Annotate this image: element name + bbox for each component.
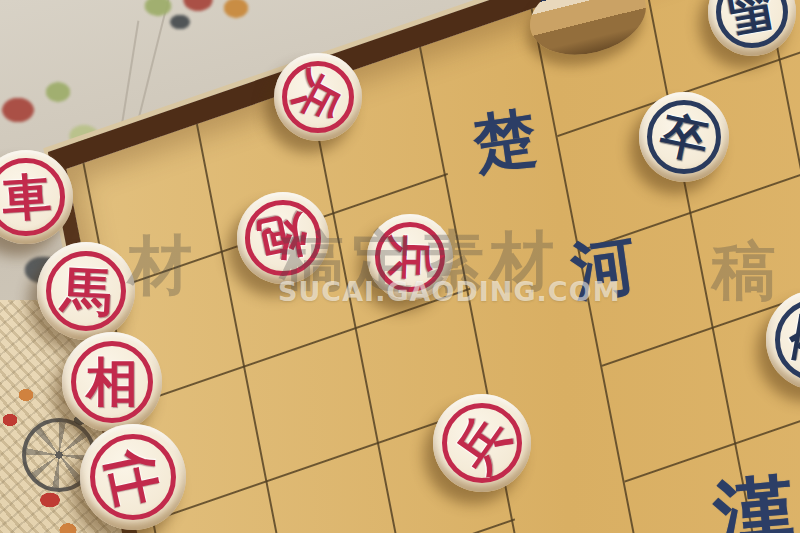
piece-ring: 兵 bbox=[442, 403, 522, 483]
river-character-chu: 楚 bbox=[470, 106, 540, 176]
piece-ring: 相 bbox=[71, 341, 153, 423]
piece-red-soldier-2[interactable]: 兵 bbox=[367, 214, 453, 300]
river-character-he: 河 bbox=[568, 232, 640, 304]
piece-red-cannon[interactable]: 炮 bbox=[237, 192, 329, 284]
piece-ring: 馬 bbox=[716, 0, 788, 48]
embroidered-flowers bbox=[128, 0, 268, 40]
piece-ring: 馬 bbox=[46, 251, 126, 331]
piece-ring: 兵 bbox=[282, 61, 354, 133]
piece-character: 相 bbox=[86, 356, 138, 408]
piece-red-advisor[interactable]: 仕 bbox=[80, 424, 186, 530]
river-character-han: 漢 bbox=[711, 471, 800, 533]
photo-stage: 楚 河 漢 車馬相仕兵炮兵兵卒馬卒 材 稿定素材 稿 SUCAI.GAODING… bbox=[0, 0, 800, 533]
piece-red-soldier-3[interactable]: 兵 bbox=[433, 394, 531, 492]
piece-character: 卒 bbox=[656, 109, 712, 165]
piece-red-soldier-1[interactable]: 兵 bbox=[274, 53, 362, 141]
piece-character: 兵 bbox=[287, 66, 349, 128]
piece-ring: 卒 bbox=[775, 299, 800, 381]
piece-ring: 炮 bbox=[245, 200, 320, 275]
piece-character: 馬 bbox=[59, 264, 113, 318]
piece-character: 仕 bbox=[100, 444, 165, 509]
piece-character: 卒 bbox=[786, 310, 800, 370]
piece-character: 炮 bbox=[255, 210, 312, 267]
piece-character: 馬 bbox=[725, 0, 778, 39]
piece-red-elephant[interactable]: 相 bbox=[62, 332, 162, 432]
piece-character: 兵 bbox=[387, 234, 434, 281]
piece-character: 兵 bbox=[446, 407, 517, 478]
piece-ring: 車 bbox=[0, 158, 65, 235]
piece-black-soldier-1[interactable]: 卒 bbox=[639, 92, 729, 182]
piece-ring: 卒 bbox=[647, 100, 721, 174]
piece-red-horse[interactable]: 馬 bbox=[37, 242, 135, 340]
piece-ring: 兵 bbox=[375, 222, 446, 293]
piece-ring: 仕 bbox=[90, 434, 177, 521]
piece-character: 車 bbox=[0, 171, 52, 223]
